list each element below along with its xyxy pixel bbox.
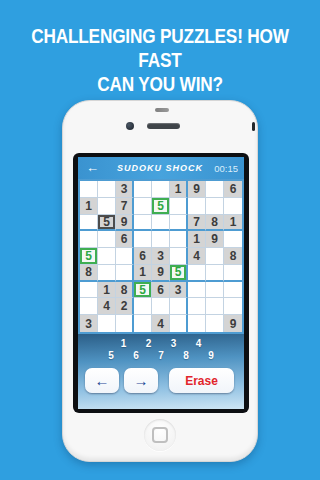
sudoku-cell-r9c4[interactable]: [134, 315, 152, 332]
number-selector-row2: 56789: [78, 349, 244, 361]
sudoku-cell-r3c3[interactable]: 9: [116, 215, 134, 232]
sudoku-cell-r7c6[interactable]: 3: [170, 282, 188, 299]
sudoku-cell-r3c6[interactable]: [170, 215, 188, 232]
sudoku-cell-r2c8[interactable]: [206, 198, 224, 215]
sudoku-cell-r3c8[interactable]: 8: [206, 215, 224, 232]
sudoku-cell-r6c4[interactable]: 1: [134, 265, 152, 282]
sudoku-cell-r9c7[interactable]: [188, 315, 206, 332]
sudoku-cell-r7c4[interactable]: 5: [134, 282, 152, 299]
sudoku-cell-r5c7[interactable]: 4: [188, 248, 206, 265]
number-choice-1[interactable]: 1: [120, 338, 127, 349]
sudoku-cell-r6c2[interactable]: [98, 265, 116, 282]
number-choice-4[interactable]: 4: [195, 338, 202, 349]
number-choice-8[interactable]: 8: [183, 350, 190, 361]
sudoku-cell-r1c5[interactable]: [152, 181, 170, 198]
sudoku-cell-r6c6[interactable]: 5: [170, 265, 188, 282]
number-choice-7[interactable]: 7: [158, 350, 165, 361]
headline-line1: CHALLENGING PUZZLES! HOW FAST: [22, 24, 297, 72]
sudoku-cell-r6c5[interactable]: 9: [152, 265, 170, 282]
sudoku-cell-r5c3[interactable]: [116, 248, 134, 265]
prev-button[interactable]: ←: [85, 368, 119, 393]
sudoku-cell-r4c7[interactable]: 1: [188, 231, 206, 248]
sudoku-cell-r6c3[interactable]: [116, 265, 134, 282]
sudoku-cell-r5c2[interactable]: [98, 248, 116, 265]
number-choice-9[interactable]: 9: [208, 350, 215, 361]
sudoku-cell-r3c2[interactable]: 5: [98, 215, 116, 232]
sudoku-cell-r4c8[interactable]: 9: [206, 231, 224, 248]
sudoku-cell-r1c6[interactable]: 1: [170, 181, 188, 198]
number-choice-5[interactable]: 5: [108, 350, 115, 361]
sudoku-cell-r1c2[interactable]: [98, 181, 116, 198]
next-button[interactable]: →: [124, 368, 158, 393]
bottom-panel: 1234 56789 ← → Erase: [78, 334, 244, 409]
sudoku-cell-r7c8[interactable]: [206, 282, 224, 299]
sudoku-cell-r6c8[interactable]: [206, 265, 224, 282]
timer-text: 00:15: [214, 163, 244, 174]
phone-frame: ← SUDOKU SHOCK 00:15 3196175597816195634…: [62, 100, 258, 462]
sudoku-cell-r7c5[interactable]: 6: [152, 282, 170, 299]
sudoku-cell-r1c1[interactable]: [80, 181, 98, 198]
sudoku-cell-r2c3[interactable]: 7: [116, 198, 134, 215]
speaker-icon: [147, 123, 180, 129]
page-title: SUDOKU SHOCK: [106, 163, 214, 173]
sudoku-cell-r2c1[interactable]: 1: [80, 198, 98, 215]
sudoku-cell-r2c9[interactable]: [224, 198, 242, 215]
sudoku-cell-r2c2[interactable]: [98, 198, 116, 215]
sudoku-cell-r9c3[interactable]: [116, 315, 134, 332]
sudoku-cell-r7c1[interactable]: [80, 282, 98, 299]
sudoku-cell-r7c3[interactable]: 8: [116, 282, 134, 299]
home-button: [144, 419, 176, 451]
sudoku-cell-r9c2[interactable]: [98, 315, 116, 332]
sudoku-cell-r4c5[interactable]: [152, 231, 170, 248]
camera-icon: [126, 122, 134, 130]
number-choice-2[interactable]: 2: [145, 338, 152, 349]
sudoku-cell-r4c2[interactable]: [98, 231, 116, 248]
sudoku-cell-r2c7[interactable]: [188, 198, 206, 215]
sudoku-cell-r4c1[interactable]: [80, 231, 98, 248]
sudoku-cell-r1c8[interactable]: [206, 181, 224, 198]
sudoku-cell-r2c4[interactable]: [134, 198, 152, 215]
number-choice-3[interactable]: 3: [170, 338, 177, 349]
power-button: [252, 122, 255, 131]
app-store-screenshot: CHALLENGING PUZZLES! HOW FAST CAN YOU WI…: [0, 0, 320, 480]
sudoku-cell-r9c9[interactable]: 9: [224, 315, 242, 332]
sudoku-cell-r8c6[interactable]: [170, 298, 188, 315]
sudoku-cell-r1c3[interactable]: 3: [116, 181, 134, 198]
sudoku-cell-r3c4[interactable]: [134, 215, 152, 232]
sudoku-cell-r8c8[interactable]: [206, 298, 224, 315]
screen-bezel: ← SUDOKU SHOCK 00:15 3196175597816195634…: [73, 153, 249, 413]
sudoku-cell-r8c4[interactable]: [134, 298, 152, 315]
headline-line2: CAN YOU WIN?: [22, 72, 297, 96]
sudoku-cell-r5c1[interactable]: 5: [80, 248, 98, 265]
sudoku-cell-r2c5[interactable]: 5: [152, 198, 170, 215]
sudoku-cell-r2c6[interactable]: [170, 198, 188, 215]
sudoku-cell-r9c1[interactable]: 3: [80, 315, 98, 332]
sudoku-cell-r7c9[interactable]: [224, 282, 242, 299]
sudoku-cell-r8c2[interactable]: 4: [98, 298, 116, 315]
back-button[interactable]: ←: [78, 160, 106, 176]
sudoku-cell-r9c8[interactable]: [206, 315, 224, 332]
sudoku-cell-r1c9[interactable]: 6: [224, 181, 242, 198]
sudoku-cell-r8c9[interactable]: [224, 298, 242, 315]
sudoku-cell-r5c6[interactable]: [170, 248, 188, 265]
sudoku-cell-r7c7[interactable]: [188, 282, 206, 299]
sudoku-cell-r4c4[interactable]: [134, 231, 152, 248]
sudoku-cell-r9c6[interactable]: [170, 315, 188, 332]
sudoku-cell-r3c9[interactable]: 1: [224, 215, 242, 232]
sudoku-cell-r8c3[interactable]: 2: [116, 298, 134, 315]
sudoku-cell-r5c4[interactable]: 6: [134, 248, 152, 265]
sudoku-cell-r1c4[interactable]: [134, 181, 152, 198]
sudoku-cell-r5c9[interactable]: 8: [224, 248, 242, 265]
sudoku-cell-r6c9[interactable]: [224, 265, 242, 282]
sudoku-cell-r9c5[interactable]: 4: [152, 315, 170, 332]
controls-bar: ← → Erase: [78, 368, 244, 393]
sudoku-cell-r3c7[interactable]: 7: [188, 215, 206, 232]
app-bar: ← SUDOKU SHOCK 00:15: [78, 157, 244, 179]
sudoku-cell-r3c5[interactable]: [152, 215, 170, 232]
headline: CHALLENGING PUZZLES! HOW FAST CAN YOU WI…: [22, 24, 297, 96]
proximity-sensor-icon: [155, 108, 169, 112]
sudoku-cell-r7c2[interactable]: 1: [98, 282, 116, 299]
number-selector-row1: 1234: [78, 334, 244, 349]
sudoku-cell-r4c9[interactable]: [224, 231, 242, 248]
sudoku-cell-r6c1[interactable]: 8: [80, 265, 98, 282]
sudoku-cell-r8c7[interactable]: [188, 298, 206, 315]
sudoku-cell-r4c6[interactable]: [170, 231, 188, 248]
sudoku-cell-r5c5[interactable]: 3: [152, 248, 170, 265]
erase-button[interactable]: Erase: [169, 368, 234, 393]
sudoku-grid: 3196175597816195634881951856342349: [78, 179, 244, 334]
sudoku-cell-r6c7[interactable]: [188, 265, 206, 282]
sudoku-cell-r5c8[interactable]: [206, 248, 224, 265]
app-screen: ← SUDOKU SHOCK 00:15 3196175597816195634…: [78, 157, 244, 409]
sudoku-cell-r8c1[interactable]: [80, 298, 98, 315]
sudoku-cell-r3c1[interactable]: [80, 215, 98, 232]
sudoku-cell-r1c7[interactable]: 9: [188, 181, 206, 198]
home-button-square-icon: [152, 427, 168, 443]
sudoku-cell-r8c5[interactable]: [152, 298, 170, 315]
sudoku-cell-r4c3[interactable]: 6: [116, 231, 134, 248]
number-choice-6[interactable]: 6: [133, 350, 140, 361]
